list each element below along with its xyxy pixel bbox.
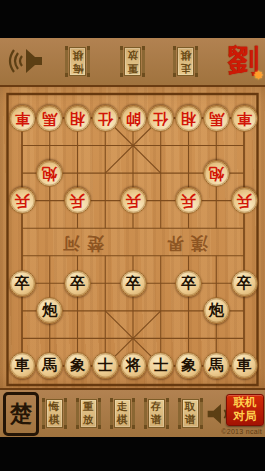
piece-red-chariot[interactable]: 車 xyxy=(231,105,258,132)
piece-red-soldier[interactable]: 兵 xyxy=(120,187,147,214)
replay-button[interactable]: 重放 xyxy=(72,398,104,429)
load-record-label: 取谱 xyxy=(182,399,199,428)
black-seal-character: 楚 xyxy=(10,399,32,429)
online-match-label-line1: 联机 xyxy=(227,395,263,409)
top-toolbar: 悔棋 重放 走棋 劉 ✸ xyxy=(0,38,265,85)
piece-red-elephant[interactable]: 相 xyxy=(64,105,91,132)
save-record-label: 存谱 xyxy=(148,399,165,428)
replay-label: 重放 xyxy=(80,399,97,428)
piece-black-chariot[interactable]: 車 xyxy=(9,352,36,379)
piece-black-horse[interactable]: 馬 xyxy=(36,352,63,379)
piece-black-soldier[interactable]: 卒 xyxy=(175,270,202,297)
xiangqi-app: 悔棋 重放 走棋 劉 ✸ xyxy=(0,0,265,471)
top-replay-button[interactable]: 重放 xyxy=(117,46,149,77)
piece-red-horse[interactable]: 馬 xyxy=(203,105,230,132)
top-move-button[interactable]: 走棋 xyxy=(170,46,202,77)
top-undo-button[interactable]: 悔棋 xyxy=(62,46,94,77)
piece-black-soldier[interactable]: 卒 xyxy=(231,270,258,297)
top-undo-label: 悔棋 xyxy=(70,47,87,76)
xiangqi-board[interactable]: 楚河 漢界 車馬相仕帥仕相馬車炮炮兵兵兵兵兵卒卒卒卒卒炮炮車馬象士将士象馬車 xyxy=(0,85,265,390)
piece-black-advisor[interactable]: 士 xyxy=(92,352,119,379)
online-match-button[interactable]: 联机 对局 xyxy=(226,394,264,426)
piece-black-chariot[interactable]: 車 xyxy=(231,352,258,379)
bottom-toolbar: 楚 悔棋 重放 走棋 存谱 取谱 联机 对局 ©2013 xyxy=(0,390,265,437)
move-label: 走棋 xyxy=(114,399,131,428)
piece-red-horse[interactable]: 馬 xyxy=(36,105,63,132)
piece-red-chariot[interactable]: 車 xyxy=(9,105,36,132)
top-move-label: 走棋 xyxy=(178,47,195,76)
piece-black-soldier[interactable]: 卒 xyxy=(9,270,36,297)
move-button[interactable]: 走棋 xyxy=(106,398,138,429)
piece-red-soldier[interactable]: 兵 xyxy=(64,187,91,214)
piece-red-advisor[interactable]: 仕 xyxy=(92,105,119,132)
piece-black-cannon[interactable]: 炮 xyxy=(36,297,63,324)
red-seal-logo: 劉 ✸ xyxy=(225,40,261,82)
speaker-icon[interactable] xyxy=(8,47,44,75)
piece-black-elephant[interactable]: 象 xyxy=(64,352,91,379)
piece-black-general[interactable]: 将 xyxy=(120,352,147,379)
piece-black-cannon[interactable]: 炮 xyxy=(203,297,230,324)
piece-red-cannon[interactable]: 炮 xyxy=(203,160,230,187)
piece-black-soldier[interactable]: 卒 xyxy=(120,270,147,297)
undo-button[interactable]: 悔棋 xyxy=(38,398,70,429)
piece-red-elephant[interactable]: 相 xyxy=(175,105,202,132)
starburst-icon: ✸ xyxy=(254,69,263,82)
black-seal-logo: 楚 xyxy=(3,392,39,436)
piece-red-general[interactable]: 帥 xyxy=(120,105,147,132)
copyright-text: ©2013 ncait xyxy=(221,428,262,435)
piece-red-advisor[interactable]: 仕 xyxy=(147,105,174,132)
load-record-button[interactable]: 取谱 xyxy=(174,398,206,429)
top-replay-label: 重放 xyxy=(125,47,142,76)
piece-red-soldier[interactable]: 兵 xyxy=(231,187,258,214)
piece-black-elephant[interactable]: 象 xyxy=(175,352,202,379)
piece-black-advisor[interactable]: 士 xyxy=(147,352,174,379)
piece-red-soldier[interactable]: 兵 xyxy=(9,187,36,214)
letterbox-top xyxy=(0,0,265,38)
piece-black-soldier[interactable]: 卒 xyxy=(64,270,91,297)
online-match-label-line2: 对局 xyxy=(227,409,263,423)
undo-label: 悔棋 xyxy=(46,399,63,428)
piece-red-soldier[interactable]: 兵 xyxy=(175,187,202,214)
piece-black-horse[interactable]: 馬 xyxy=(203,352,230,379)
save-record-button[interactable]: 存谱 xyxy=(140,398,172,429)
board-pieces: 車馬相仕帥仕相馬車炮炮兵兵兵兵兵卒卒卒卒卒炮炮車馬象士将士象馬車 xyxy=(0,87,265,392)
piece-red-cannon[interactable]: 炮 xyxy=(36,160,63,187)
letterbox-bottom xyxy=(0,437,265,471)
